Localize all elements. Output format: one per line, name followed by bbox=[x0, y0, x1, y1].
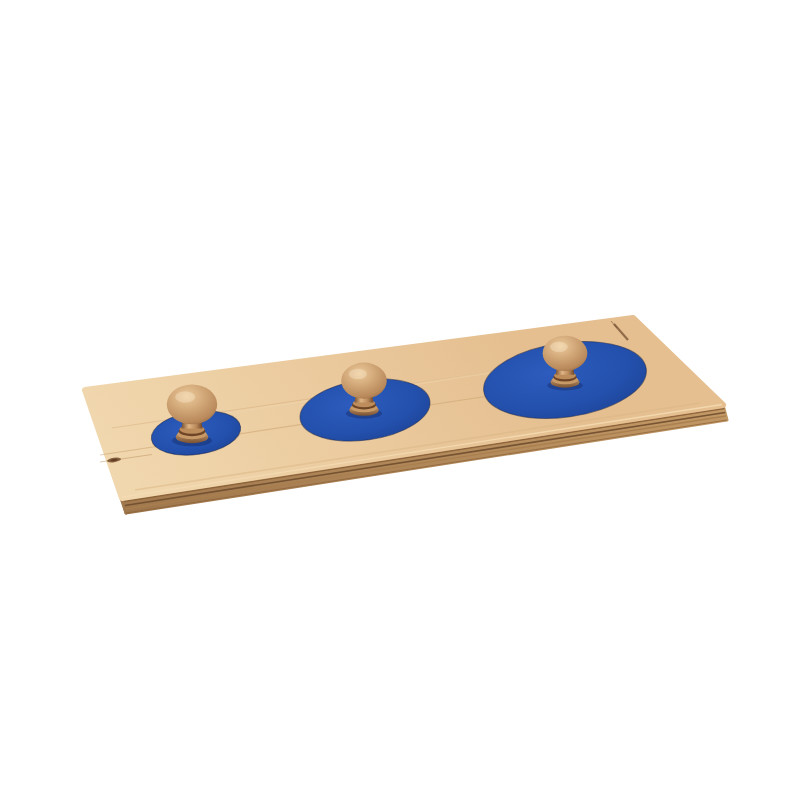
puzzle-scene bbox=[0, 0, 800, 800]
product-photo bbox=[0, 0, 800, 800]
